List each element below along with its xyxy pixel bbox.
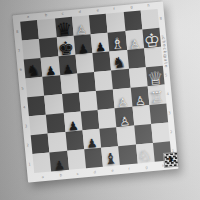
file-label: f xyxy=(128,167,130,171)
square-c3[interactable]: ♟ xyxy=(63,111,82,132)
file-label: f xyxy=(114,7,116,11)
square-b2[interactable] xyxy=(48,132,67,153)
rank-label: 3 xyxy=(168,111,171,115)
square-f7[interactable]: ♗ xyxy=(108,31,127,52)
rank-label: 2 xyxy=(170,130,173,134)
square-b1[interactable]: ♟ xyxy=(50,151,69,172)
file-label: b xyxy=(44,13,47,17)
square-a3[interactable] xyxy=(29,115,48,136)
white-pawn[interactable]: ♙ xyxy=(117,96,129,109)
rank-label: 1 xyxy=(29,162,32,166)
board-grid: ♛♙♚♟♟♗♙♔♞♟♟♞♕♙♙♖♟♙♟♟♝♘ xyxy=(20,9,171,173)
square-d5[interactable] xyxy=(77,72,96,93)
board-logo: ♞ xyxy=(163,152,179,168)
square-g4[interactable]: ♙ xyxy=(130,86,149,107)
square-e7[interactable]: ♟ xyxy=(91,33,110,54)
square-g5[interactable] xyxy=(129,67,148,88)
black-pawn[interactable]: ♟ xyxy=(45,65,57,78)
square-c8[interactable]: ♛ xyxy=(55,17,74,38)
black-knight[interactable]: ♞ xyxy=(112,55,127,71)
white-bishop[interactable]: ♗ xyxy=(110,36,125,52)
rank-label: 5 xyxy=(22,86,25,90)
square-d3[interactable] xyxy=(80,110,99,131)
rank-label: 5 xyxy=(165,73,168,77)
file-label: g xyxy=(130,5,133,9)
square-b4[interactable] xyxy=(44,94,63,115)
white-pawn[interactable]: ♙ xyxy=(134,94,146,107)
square-c1[interactable] xyxy=(67,149,86,170)
square-b3[interactable] xyxy=(46,113,65,134)
rank-label: 7 xyxy=(18,48,21,52)
black-pawn[interactable]: ♟ xyxy=(62,63,74,76)
square-f8[interactable] xyxy=(106,12,125,33)
rank-label: 2 xyxy=(27,143,30,147)
square-g8[interactable] xyxy=(123,11,142,32)
square-e8[interactable] xyxy=(89,14,108,35)
file-label: b xyxy=(59,174,62,178)
square-c7[interactable]: ♚ xyxy=(56,36,75,57)
square-c4[interactable] xyxy=(62,93,81,114)
black-pawn[interactable]: ♟ xyxy=(67,120,79,133)
square-d8[interactable]: ♙ xyxy=(72,15,91,36)
black-knight[interactable]: ♞ xyxy=(26,63,41,79)
file-label: d xyxy=(94,170,97,174)
square-f1[interactable] xyxy=(118,145,137,166)
chess-board: abcdefgh abcdefgh 87654321 87654321 chec… xyxy=(13,1,179,182)
file-label: g xyxy=(145,166,148,170)
black-bishop[interactable]: ♝ xyxy=(104,151,119,167)
square-e1[interactable]: ♝ xyxy=(101,146,120,167)
rank-label: 4 xyxy=(167,92,170,96)
square-d2[interactable]: ♟ xyxy=(82,129,101,150)
file-label: e xyxy=(96,9,99,13)
rank-label: 8 xyxy=(160,16,163,20)
square-d4[interactable] xyxy=(79,91,98,112)
rank-label: 4 xyxy=(23,105,26,109)
rank-label: 3 xyxy=(25,124,28,128)
photo-scene: abcdefgh abcdefgh 87654321 87654321 chec… xyxy=(0,0,200,200)
square-e2[interactable] xyxy=(99,127,118,148)
square-b8[interactable] xyxy=(37,18,56,39)
square-a2[interactable] xyxy=(31,134,50,155)
white-knight[interactable]: ♘ xyxy=(138,148,153,164)
square-a8[interactable] xyxy=(20,20,39,41)
square-g2[interactable] xyxy=(134,124,153,145)
square-f4[interactable]: ♙ xyxy=(113,88,132,109)
white-pawn[interactable]: ♙ xyxy=(119,115,131,128)
file-label: a xyxy=(27,15,30,19)
square-e5[interactable] xyxy=(94,70,113,91)
file-label: c xyxy=(62,12,64,16)
square-b7[interactable] xyxy=(39,37,58,58)
file-label: c xyxy=(77,172,79,176)
white-pawn[interactable]: ♙ xyxy=(76,24,88,37)
file-label: d xyxy=(79,10,82,14)
black-pawn[interactable]: ♟ xyxy=(95,41,107,54)
square-g7[interactable]: ♙ xyxy=(125,29,144,50)
black-pawn[interactable]: ♟ xyxy=(54,159,66,172)
rank-label: 6 xyxy=(20,67,23,71)
square-a6[interactable]: ♞ xyxy=(24,58,43,79)
white-pawn[interactable]: ♙ xyxy=(129,38,141,51)
square-e3[interactable] xyxy=(98,108,117,129)
logo-knight-icon: ♞ xyxy=(168,156,175,164)
file-label: h xyxy=(147,4,150,8)
black-pawn[interactable]: ♟ xyxy=(77,42,89,55)
white-rook[interactable]: ♖ xyxy=(150,90,165,106)
black-pawn[interactable]: ♟ xyxy=(86,137,98,150)
square-e4[interactable] xyxy=(96,89,115,110)
rank-label: 8 xyxy=(16,30,19,34)
file-label: a xyxy=(42,175,45,179)
square-b6[interactable]: ♟ xyxy=(41,56,60,77)
square-a7[interactable] xyxy=(22,39,41,60)
square-g1[interactable]: ♘ xyxy=(136,143,155,164)
black-king[interactable]: ♚ xyxy=(57,39,75,58)
square-a1[interactable] xyxy=(32,152,51,173)
file-label: e xyxy=(111,169,114,173)
square-a4[interactable] xyxy=(27,96,46,117)
